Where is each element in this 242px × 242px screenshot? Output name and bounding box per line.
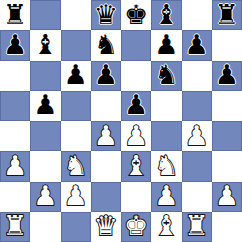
- square-g7[interactable]: ♟: [182, 30, 212, 60]
- square-e4[interactable]: ♟: [121, 121, 151, 151]
- piece-black-pawn-h6: ♟: [215, 61, 239, 88]
- square-c1[interactable]: [61, 212, 91, 242]
- piece-white-pawn-d4: ♟: [94, 122, 118, 149]
- square-c4[interactable]: [61, 121, 91, 151]
- square-b7[interactable]: ♝: [30, 30, 60, 60]
- square-h6[interactable]: ♟: [212, 61, 242, 91]
- piece-white-pawn-b2: ♟: [33, 182, 57, 209]
- square-g2[interactable]: [182, 182, 212, 212]
- square-a2[interactable]: [0, 182, 30, 212]
- piece-black-bishop-b7: ♝: [33, 31, 57, 58]
- square-f1[interactable]: ♝: [151, 212, 181, 242]
- square-d4[interactable]: ♟: [91, 121, 121, 151]
- piece-black-bishop-f8: ♝: [154, 1, 178, 28]
- piece-black-pawn-d6: ♟: [94, 61, 118, 88]
- piece-black-pawn-e5: ♟: [124, 91, 148, 118]
- square-f8[interactable]: ♝: [151, 0, 181, 30]
- square-h5[interactable]: [212, 91, 242, 121]
- square-d5[interactable]: [91, 91, 121, 121]
- piece-black-pawn-b5: ♟: [33, 91, 57, 118]
- piece-white-knight-f3: ♞: [154, 152, 178, 179]
- piece-white-pawn-e4: ♟: [124, 122, 148, 149]
- piece-black-rook-h8: ♜: [215, 1, 239, 28]
- square-g1[interactable]: ♜: [182, 212, 212, 242]
- piece-white-rook-g1: ♜: [185, 212, 209, 239]
- square-a7[interactable]: ♟: [0, 30, 30, 60]
- piece-white-bishop-e3: ♝: [124, 152, 148, 179]
- square-e7[interactable]: [121, 30, 151, 60]
- square-d3[interactable]: [91, 151, 121, 181]
- square-g3[interactable]: [182, 151, 212, 181]
- square-d6[interactable]: ♟: [91, 61, 121, 91]
- piece-white-pawn-h2: ♟: [215, 182, 239, 209]
- square-a6[interactable]: [0, 61, 30, 91]
- square-f3[interactable]: ♞: [151, 151, 181, 181]
- square-g4[interactable]: ♟: [182, 121, 212, 151]
- square-f4[interactable]: [151, 121, 181, 151]
- square-h1[interactable]: [212, 212, 242, 242]
- square-d8[interactable]: ♛: [91, 0, 121, 30]
- square-a1[interactable]: ♜: [0, 212, 30, 242]
- square-e1[interactable]: ♚: [121, 212, 151, 242]
- square-e2[interactable]: [121, 182, 151, 212]
- square-g5[interactable]: [182, 91, 212, 121]
- square-g8[interactable]: [182, 0, 212, 30]
- square-d1[interactable]: ♛: [91, 212, 121, 242]
- piece-black-knight-d7: ♞: [94, 31, 118, 58]
- piece-white-bishop-f1: ♝: [154, 212, 178, 239]
- piece-black-pawn-f7: ♟: [154, 31, 178, 58]
- square-a4[interactable]: [0, 121, 30, 151]
- square-g6[interactable]: [182, 61, 212, 91]
- piece-white-rook-a1: ♜: [3, 212, 27, 239]
- piece-white-pawn-f2: ♟: [154, 182, 178, 209]
- square-h2[interactable]: ♟: [212, 182, 242, 212]
- chess-board-container: ♜♛♚♝♜♟♝♞♟♟♟♟♞♟♟♟♟♟♟♟♞♝♞♟♟♟♟♜♛♚♝♜: [0, 0, 242, 242]
- square-e8[interactable]: ♚: [121, 0, 151, 30]
- piece-black-pawn-g7: ♟: [185, 31, 209, 58]
- square-h4[interactable]: [212, 121, 242, 151]
- square-b5[interactable]: ♟: [30, 91, 60, 121]
- piece-white-queen-d1: ♛: [94, 212, 118, 239]
- square-c3[interactable]: ♞: [61, 151, 91, 181]
- piece-white-king-e1: ♚: [124, 212, 148, 239]
- piece-white-pawn-a3: ♟: [3, 152, 27, 179]
- chess-board: ♜♛♚♝♜♟♝♞♟♟♟♟♞♟♟♟♟♟♟♟♞♝♞♟♟♟♟♜♛♚♝♜: [0, 0, 242, 242]
- square-f6[interactable]: ♞: [151, 61, 181, 91]
- square-a5[interactable]: [0, 91, 30, 121]
- square-b8[interactable]: [30, 0, 60, 30]
- square-b4[interactable]: [30, 121, 60, 151]
- square-a8[interactable]: ♜: [0, 0, 30, 30]
- square-b3[interactable]: [30, 151, 60, 181]
- square-e5[interactable]: ♟: [121, 91, 151, 121]
- piece-white-pawn-c2: ♟: [64, 182, 88, 209]
- square-d2[interactable]: [91, 182, 121, 212]
- square-e6[interactable]: [121, 61, 151, 91]
- piece-black-queen-d8: ♛: [94, 1, 118, 28]
- square-c7[interactable]: [61, 30, 91, 60]
- piece-black-king-e8: ♚: [124, 1, 148, 28]
- square-h7[interactable]: [212, 30, 242, 60]
- square-c8[interactable]: [61, 0, 91, 30]
- square-f2[interactable]: ♟: [151, 182, 181, 212]
- square-b1[interactable]: [30, 212, 60, 242]
- square-f7[interactable]: ♟: [151, 30, 181, 60]
- piece-white-knight-c3: ♞: [64, 152, 88, 179]
- piece-black-rook-a8: ♜: [3, 1, 27, 28]
- piece-black-pawn-c6: ♟: [64, 61, 88, 88]
- square-a3[interactable]: ♟: [0, 151, 30, 181]
- piece-black-knight-f6: ♞: [154, 61, 178, 88]
- square-e3[interactable]: ♝: [121, 151, 151, 181]
- square-c2[interactable]: ♟: [61, 182, 91, 212]
- square-d7[interactable]: ♞: [91, 30, 121, 60]
- piece-black-pawn-a7: ♟: [3, 31, 27, 58]
- square-f5[interactable]: [151, 91, 181, 121]
- square-h8[interactable]: ♜: [212, 0, 242, 30]
- square-h3[interactable]: [212, 151, 242, 181]
- piece-white-pawn-g4: ♟: [185, 122, 209, 149]
- square-b2[interactable]: ♟: [30, 182, 60, 212]
- square-c6[interactable]: ♟: [61, 61, 91, 91]
- square-b6[interactable]: [30, 61, 60, 91]
- square-c5[interactable]: [61, 91, 91, 121]
